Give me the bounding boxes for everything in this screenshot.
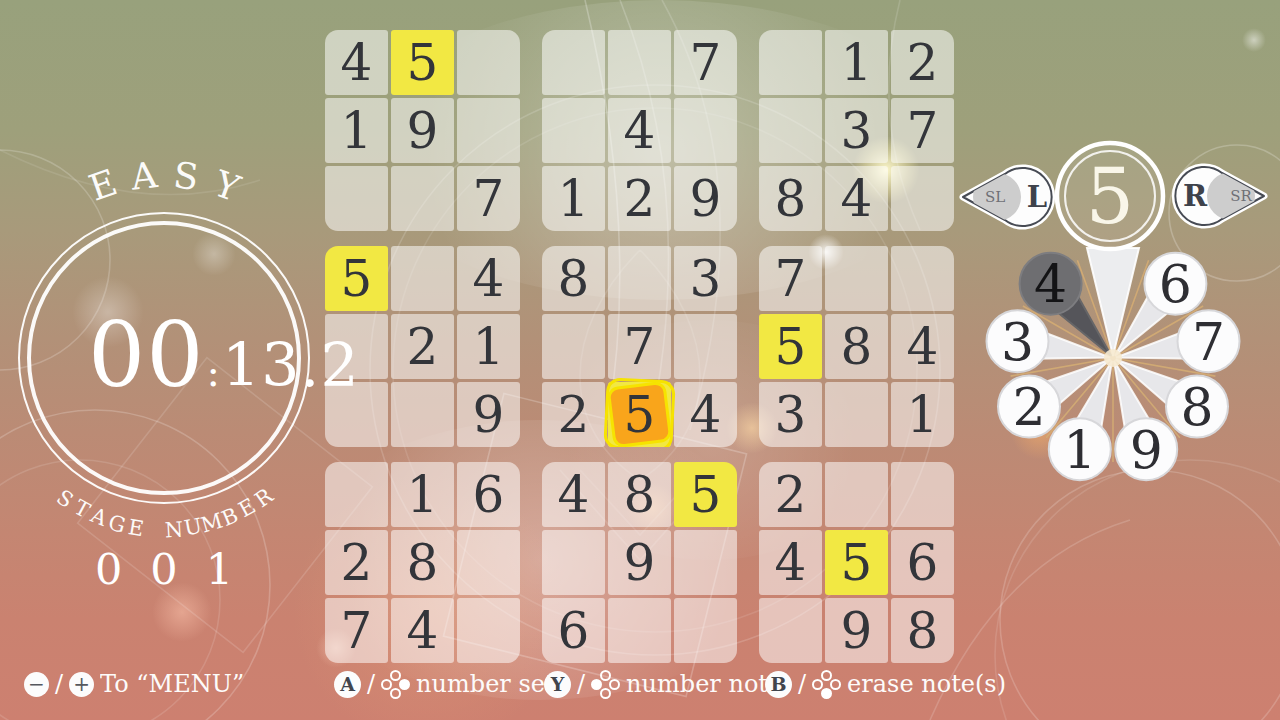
hint-number-set: A / number set bbox=[334, 667, 555, 701]
minus-button-icon: − bbox=[24, 672, 49, 697]
game-screen: 4519774129123784542198372547584311628744… bbox=[0, 0, 1280, 720]
cell-r1c1[interactable]: 4 bbox=[325, 30, 388, 95]
y-button-icon: Y bbox=[544, 671, 571, 698]
box-0-0: 45197 bbox=[325, 30, 520, 231]
cell-r5c7[interactable]: 5 bbox=[759, 314, 822, 379]
cell-r6c8[interactable] bbox=[825, 382, 888, 447]
cell-r7c4[interactable]: 4 bbox=[542, 462, 605, 527]
cell-r2c1[interactable]: 1 bbox=[325, 98, 388, 163]
cell-digit: 9 bbox=[473, 390, 505, 440]
cell-r6c5[interactable]: 5 bbox=[608, 382, 671, 447]
cell-digit: 8 bbox=[841, 322, 873, 372]
cell-r5c5[interactable]: 7 bbox=[608, 314, 671, 379]
sudoku-board: 4519774129123784542198372547584311628744… bbox=[325, 30, 954, 663]
cell-r9c4[interactable]: 6 bbox=[542, 598, 605, 663]
cell-digit: 5 bbox=[624, 390, 656, 440]
cell-r8c3[interactable] bbox=[457, 530, 520, 595]
cell-r9c6[interactable] bbox=[674, 598, 737, 663]
arc-letter: G bbox=[106, 510, 129, 538]
hint-erase-note-label: erase note(s) bbox=[847, 670, 1006, 698]
petal-digit: 3 bbox=[1001, 312, 1034, 372]
cell-r1c7[interactable] bbox=[759, 30, 822, 95]
petal-digit: 7 bbox=[1192, 312, 1225, 372]
cell-digit: 5 bbox=[407, 38, 439, 88]
cell-digit: 4 bbox=[624, 106, 656, 156]
box-2-2: 245698 bbox=[759, 462, 954, 663]
l-label: L bbox=[1027, 180, 1047, 214]
cell-r6c7[interactable]: 3 bbox=[759, 382, 822, 447]
cell-digit: 3 bbox=[775, 390, 807, 440]
cell-digit: 8 bbox=[558, 254, 590, 304]
cell-r3c4[interactable]: 1 bbox=[542, 166, 605, 231]
cell-r9c9[interactable]: 8 bbox=[891, 598, 954, 663]
wheel-center-glow bbox=[1104, 349, 1122, 367]
cell-r4c4[interactable]: 8 bbox=[542, 246, 605, 311]
cell-r5c9[interactable]: 4 bbox=[891, 314, 954, 379]
cell-digit: 8 bbox=[775, 174, 807, 224]
face-buttons-icon bbox=[381, 670, 410, 699]
cell-r2c9[interactable]: 7 bbox=[891, 98, 954, 163]
right-shoulder-button[interactable]: SR R bbox=[1175, 167, 1264, 225]
sl-label: SL bbox=[985, 188, 1005, 206]
hint-number-note: Y / number note bbox=[544, 667, 782, 701]
box-1-1: 837254 bbox=[542, 246, 737, 447]
cell-r6c6[interactable]: 4 bbox=[674, 382, 737, 447]
cell-digit: 7 bbox=[907, 106, 939, 156]
cell-digit: 4 bbox=[558, 470, 590, 520]
cell-digit: 6 bbox=[473, 470, 505, 520]
cell-digit: 5 bbox=[775, 322, 807, 372]
cell-digit: 4 bbox=[407, 606, 439, 656]
box-2-0: 162874 bbox=[325, 462, 520, 663]
cell-r3c3[interactable]: 7 bbox=[457, 166, 520, 231]
timer: 00 : 13.2 bbox=[88, 310, 360, 400]
sr-label: SR bbox=[1230, 187, 1252, 205]
cell-r4c2[interactable] bbox=[391, 246, 454, 311]
cell-digit: 1 bbox=[473, 322, 505, 372]
cell-digit: 8 bbox=[624, 470, 656, 520]
cell-digit: 2 bbox=[907, 38, 939, 88]
cell-r6c3[interactable]: 9 bbox=[457, 382, 520, 447]
cell-r2c2[interactable]: 9 bbox=[391, 98, 454, 163]
cell-r8c7[interactable]: 4 bbox=[759, 530, 822, 595]
cell-digit: 1 bbox=[558, 174, 590, 224]
hint-separator: / bbox=[55, 670, 63, 698]
cell-r3c2[interactable] bbox=[391, 166, 454, 231]
info-panel: EASY 00 : 13.2 STAGENUMBER 001 bbox=[0, 0, 330, 720]
cell-r8c5[interactable]: 9 bbox=[608, 530, 671, 595]
face-buttons-icon bbox=[812, 670, 841, 699]
cell-digit: 2 bbox=[558, 390, 590, 440]
timer-minutes: 00 bbox=[88, 310, 205, 400]
petal-digit: 6 bbox=[1159, 254, 1192, 314]
cell-digit: 4 bbox=[341, 38, 373, 88]
cell-r2c3[interactable] bbox=[457, 98, 520, 163]
cell-digit: 9 bbox=[690, 174, 722, 224]
cell-digit: 8 bbox=[407, 538, 439, 588]
cell-digit: 4 bbox=[690, 390, 722, 440]
a-button-icon: A bbox=[334, 671, 361, 698]
left-shoulder-button[interactable]: SL L bbox=[963, 168, 1052, 226]
cell-r4c7[interactable]: 7 bbox=[759, 246, 822, 311]
petal-digit: 1 bbox=[1063, 420, 1096, 480]
cell-r7c3[interactable]: 6 bbox=[457, 462, 520, 527]
cell-digit: 1 bbox=[841, 38, 873, 88]
cell-digit: 8 bbox=[907, 606, 939, 656]
cell-r4c3[interactable]: 4 bbox=[457, 246, 520, 311]
hint-separator: / bbox=[367, 670, 375, 698]
cell-r5c2[interactable]: 2 bbox=[391, 314, 454, 379]
cell-r1c8[interactable]: 1 bbox=[825, 30, 888, 95]
petal-digit: 4 bbox=[1034, 254, 1067, 314]
hint-menu-label: To “MENU” bbox=[100, 670, 244, 698]
box-2-1: 48596 bbox=[542, 462, 737, 663]
hint-number-set-label: number set bbox=[416, 670, 555, 698]
cell-digit: 3 bbox=[690, 254, 722, 304]
cell-r1c4[interactable] bbox=[542, 30, 605, 95]
hint-number-note-label: number note bbox=[626, 670, 782, 698]
cell-r4c5[interactable] bbox=[608, 246, 671, 311]
cell-r3c1[interactable] bbox=[325, 166, 388, 231]
timer-separator: : bbox=[207, 349, 220, 395]
cell-r8c2[interactable]: 8 bbox=[391, 530, 454, 595]
cell-digit: 3 bbox=[841, 106, 873, 156]
cell-r8c6[interactable] bbox=[674, 530, 737, 595]
cell-digit: 2 bbox=[775, 470, 807, 520]
cell-r7c2[interactable]: 1 bbox=[391, 462, 454, 527]
cell-r8c9[interactable]: 6 bbox=[891, 530, 954, 595]
cell-digit: 7 bbox=[341, 606, 373, 656]
arc-letter: Y bbox=[209, 163, 245, 210]
cell-digit: 5 bbox=[690, 470, 722, 520]
plus-button-icon: + bbox=[69, 672, 94, 697]
cell-digit: 1 bbox=[907, 390, 939, 440]
cell-r3c7[interactable]: 8 bbox=[759, 166, 822, 231]
bokeh-glow bbox=[1242, 28, 1266, 52]
cell-r5c8[interactable]: 8 bbox=[825, 314, 888, 379]
cell-r1c3[interactable] bbox=[457, 30, 520, 95]
cell-digit: 7 bbox=[624, 322, 656, 372]
arc-letter: E bbox=[84, 162, 122, 209]
cell-r3c5[interactable]: 2 bbox=[608, 166, 671, 231]
petal-digit: 9 bbox=[1130, 420, 1163, 480]
cell-r4c8[interactable] bbox=[825, 246, 888, 311]
cell-digit: 4 bbox=[907, 322, 939, 372]
box-0-1: 74129 bbox=[542, 30, 737, 231]
cell-digit: 7 bbox=[775, 254, 807, 304]
cell-digit: 4 bbox=[473, 254, 505, 304]
box-1-2: 758431 bbox=[759, 246, 954, 447]
arc-letter: A bbox=[129, 154, 159, 198]
cell-digit: 7 bbox=[690, 38, 722, 88]
cell-digit: 7 bbox=[473, 174, 505, 224]
cell-digit: 9 bbox=[624, 538, 656, 588]
cell-r4c6[interactable]: 3 bbox=[674, 246, 737, 311]
cell-r1c9[interactable]: 2 bbox=[891, 30, 954, 95]
cell-r4c9[interactable] bbox=[891, 246, 954, 311]
cell-r2c8[interactable]: 3 bbox=[825, 98, 888, 163]
cell-r6c9[interactable]: 1 bbox=[891, 382, 954, 447]
cell-r1c2[interactable]: 5 bbox=[391, 30, 454, 95]
cell-r7c1[interactable] bbox=[325, 462, 388, 527]
timer-seconds: 13.2 bbox=[222, 330, 360, 400]
hint-separator: / bbox=[798, 670, 806, 698]
hint-menu: − / + To “MENU” bbox=[24, 667, 244, 701]
cell-r2c5[interactable]: 4 bbox=[608, 98, 671, 163]
cell-r1c6[interactable]: 7 bbox=[674, 30, 737, 95]
cell-r5c6[interactable] bbox=[674, 314, 737, 379]
hint-separator: / bbox=[577, 670, 585, 698]
cell-r7c9[interactable] bbox=[891, 462, 954, 527]
cell-r9c5[interactable] bbox=[608, 598, 671, 663]
cell-r7c6[interactable]: 5 bbox=[674, 462, 737, 527]
cell-r9c3[interactable] bbox=[457, 598, 520, 663]
arc-letter: S bbox=[171, 154, 200, 198]
cell-r7c5[interactable]: 8 bbox=[608, 462, 671, 527]
cell-r4c1[interactable]: 5 bbox=[325, 246, 388, 311]
cell-digit: 1 bbox=[407, 470, 439, 520]
cell-r8c8[interactable]: 5 bbox=[825, 530, 888, 595]
cell-r2c6[interactable] bbox=[674, 98, 737, 163]
stage-number-value: 001 bbox=[24, 544, 304, 594]
selected-number: 5 bbox=[1086, 152, 1134, 241]
cell-digit: 6 bbox=[907, 538, 939, 588]
cell-r8c1[interactable]: 2 bbox=[325, 530, 388, 595]
r-label: R bbox=[1183, 179, 1208, 213]
b-button-icon: B bbox=[765, 671, 792, 698]
cell-r6c4[interactable]: 2 bbox=[542, 382, 605, 447]
cell-r5c4[interactable] bbox=[542, 314, 605, 379]
cell-r3c8[interactable]: 4 bbox=[825, 166, 888, 231]
cell-r9c2[interactable]: 4 bbox=[391, 598, 454, 663]
face-buttons-icon bbox=[591, 670, 620, 699]
hint-erase-note: B / erase note(s) bbox=[765, 667, 1006, 701]
cell-digit: 4 bbox=[841, 174, 873, 224]
number-wheel: 432167895 SL L SR R bbox=[955, 138, 1280, 523]
petal-digit: 8 bbox=[1180, 377, 1213, 437]
cell-digit: 9 bbox=[841, 606, 873, 656]
cell-digit: 2 bbox=[341, 538, 373, 588]
cell-r3c6[interactable]: 9 bbox=[674, 166, 737, 231]
arc-letter: E bbox=[126, 515, 145, 541]
cell-digit: 9 bbox=[407, 106, 439, 156]
cell-r7c7[interactable]: 2 bbox=[759, 462, 822, 527]
cell-r5c3[interactable]: 1 bbox=[457, 314, 520, 379]
cell-r2c7[interactable] bbox=[759, 98, 822, 163]
cell-r2c4[interactable] bbox=[542, 98, 605, 163]
cell-digit: 4 bbox=[775, 538, 807, 588]
box-0-2: 123784 bbox=[759, 30, 954, 231]
cell-r8c4[interactable] bbox=[542, 530, 605, 595]
cell-digit: 1 bbox=[341, 106, 373, 156]
cell-digit: 2 bbox=[624, 174, 656, 224]
cell-digit: 5 bbox=[841, 538, 873, 588]
arc-letter: N bbox=[164, 517, 184, 542]
cell-r9c8[interactable]: 9 bbox=[825, 598, 888, 663]
cell-digit: 2 bbox=[407, 322, 439, 372]
cell-r9c7[interactable] bbox=[759, 598, 822, 663]
cell-digit: 5 bbox=[341, 254, 373, 304]
cell-r1c5[interactable] bbox=[608, 30, 671, 95]
cell-r7c8[interactable] bbox=[825, 462, 888, 527]
cell-r6c2[interactable] bbox=[391, 382, 454, 447]
cell-digit: 6 bbox=[558, 606, 590, 656]
cell-r3c9[interactable] bbox=[891, 166, 954, 231]
petal-digit: 2 bbox=[1012, 377, 1045, 437]
cell-r9c1[interactable]: 7 bbox=[325, 598, 388, 663]
